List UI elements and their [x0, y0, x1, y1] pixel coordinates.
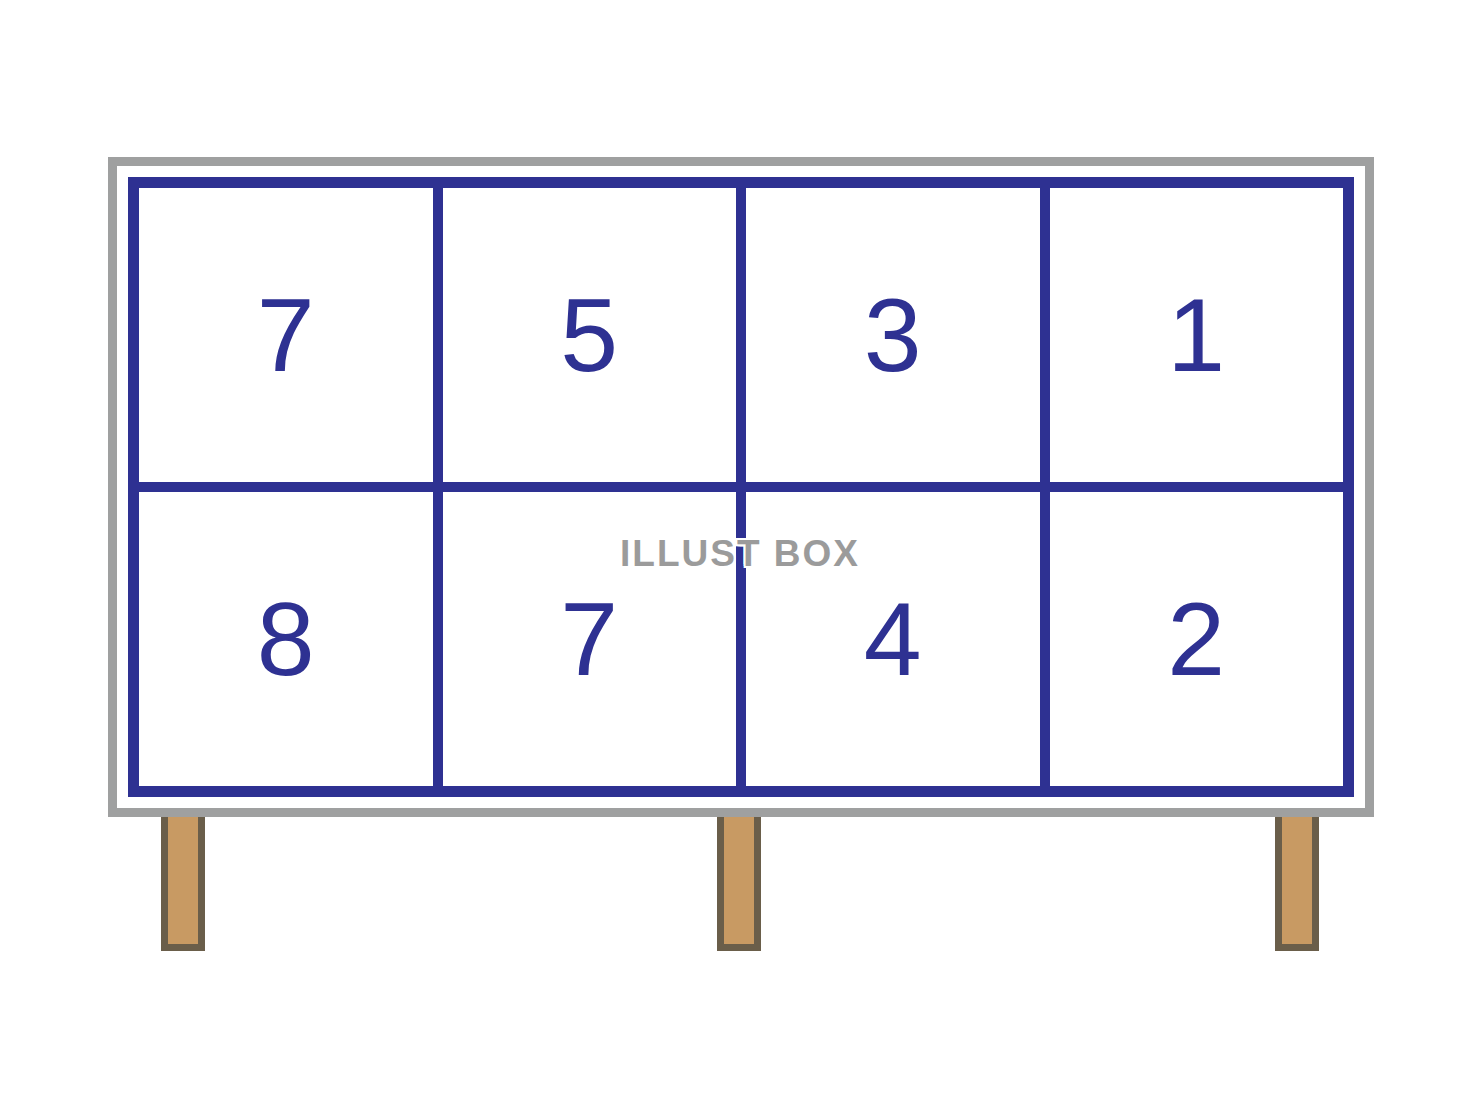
cell-r1c0: 8: [139, 492, 433, 786]
cell-r0c3: 1: [1050, 188, 1344, 482]
cell-r0c1: 5: [443, 188, 737, 482]
scoreboard-frame: 7 5 3 1 8 7 4 2: [108, 157, 1374, 817]
illustration-stage: 7 5 3 1 8 7 4 2 ILLUST BOX: [0, 0, 1480, 1110]
board-leg-middle: [717, 800, 761, 951]
cell-r0c2: 3: [746, 188, 1040, 482]
cell-r0c0: 7: [139, 188, 433, 482]
number-grid: 7 5 3 1 8 7 4 2: [128, 177, 1354, 797]
board-leg-right: [1275, 800, 1319, 951]
site-watermark: ILLUST BOX: [620, 533, 860, 575]
board-leg-left: [161, 800, 205, 951]
cell-r1c3: 2: [1050, 492, 1344, 786]
